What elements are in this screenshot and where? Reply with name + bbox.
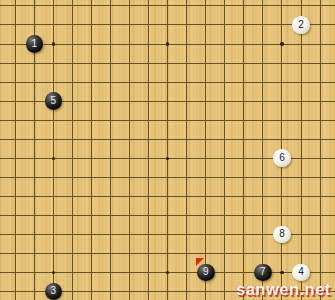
grid-line-horizontal — [0, 120, 335, 121]
grid-line-vertical — [110, 0, 111, 300]
grid-line-horizontal — [0, 63, 335, 64]
grid-line-vertical — [205, 0, 206, 300]
grid-line-horizontal — [0, 177, 335, 178]
grid-line-horizontal — [0, 24, 335, 25]
stone-white-8: 8 — [273, 226, 291, 244]
stone-white-2: 2 — [292, 16, 310, 34]
last-move-marker-icon — [196, 258, 204, 266]
stone-number: 5 — [51, 96, 57, 106]
stone-black-3: 3 — [45, 283, 63, 300]
stone-number: 6 — [279, 153, 285, 163]
grid-line-vertical — [15, 0, 16, 300]
star-point — [166, 42, 169, 45]
grid-line-horizontal — [0, 82, 335, 83]
watermark: sanwen.net — [236, 280, 331, 299]
stone-number: 1 — [32, 39, 38, 49]
stone-black-9: 9 — [197, 264, 215, 282]
grid-line-vertical — [224, 0, 225, 300]
stone-number: 7 — [260, 267, 266, 277]
stone-number: 2 — [298, 19, 304, 29]
grid-line-vertical — [186, 0, 187, 300]
grid-line-horizontal — [0, 215, 335, 216]
stone-black-5: 5 — [45, 92, 63, 110]
star-point — [280, 42, 283, 45]
star-point — [52, 271, 55, 274]
grid-line-horizontal — [0, 253, 335, 254]
grid-line-vertical — [148, 0, 149, 300]
grid-line-horizontal — [0, 5, 335, 6]
grid-line-vertical — [72, 0, 73, 300]
grid-line-vertical — [301, 0, 302, 300]
stone-number: 4 — [298, 267, 304, 277]
grid-line-vertical — [243, 0, 244, 300]
grid-line-horizontal — [0, 196, 335, 197]
grid-line-horizontal — [0, 139, 335, 140]
grid-line-vertical — [129, 0, 130, 300]
stone-white-6: 6 — [273, 149, 291, 167]
star-point — [280, 271, 283, 274]
go-board-diagram: 123456789 sanwen.net — [0, 0, 335, 300]
stone-black-1: 1 — [26, 35, 44, 53]
star-point — [166, 271, 169, 274]
star-point — [52, 42, 55, 45]
star-point — [166, 157, 169, 160]
stone-black-7: 7 — [254, 264, 272, 282]
star-point — [52, 157, 55, 160]
stone-number: 8 — [279, 229, 285, 239]
grid-line-vertical — [91, 0, 92, 300]
grid-line-vertical — [262, 0, 263, 300]
stone-white-4: 4 — [292, 264, 310, 282]
go-board: 123456789 — [0, 0, 335, 300]
stone-number: 3 — [51, 286, 57, 296]
stone-number: 9 — [203, 267, 209, 277]
grid-line-vertical — [320, 0, 321, 300]
